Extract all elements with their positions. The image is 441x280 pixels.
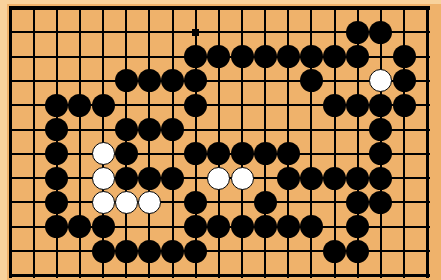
black-stone[interactable] xyxy=(393,94,416,117)
black-stone[interactable] xyxy=(277,215,300,238)
black-stone[interactable] xyxy=(45,191,68,214)
black-stone[interactable] xyxy=(115,69,138,92)
black-stone[interactable] xyxy=(45,142,68,165)
black-stone[interactable] xyxy=(138,167,161,190)
grid-line xyxy=(33,7,35,279)
black-stone[interactable] xyxy=(45,215,68,238)
black-stone[interactable] xyxy=(300,167,323,190)
black-stone[interactable] xyxy=(254,215,277,238)
black-stone[interactable] xyxy=(346,167,369,190)
black-stone[interactable] xyxy=(231,45,254,68)
black-stone[interactable] xyxy=(300,215,323,238)
black-stone[interactable] xyxy=(92,94,115,117)
go-board[interactable] xyxy=(0,0,441,280)
white-stone[interactable] xyxy=(92,191,115,214)
black-stone[interactable] xyxy=(184,45,207,68)
black-stone[interactable] xyxy=(45,167,68,190)
black-stone[interactable] xyxy=(277,167,300,190)
board-edge-line xyxy=(9,7,12,279)
grid-line xyxy=(172,7,174,279)
go-diagram xyxy=(0,0,441,280)
black-stone[interactable] xyxy=(393,69,416,92)
black-stone[interactable] xyxy=(207,215,230,238)
black-stone[interactable] xyxy=(68,215,91,238)
white-stone[interactable] xyxy=(92,167,115,190)
black-stone[interactable] xyxy=(369,142,392,165)
black-stone[interactable] xyxy=(184,191,207,214)
black-stone[interactable] xyxy=(346,21,369,44)
black-stone[interactable] xyxy=(115,240,138,263)
black-stone[interactable] xyxy=(161,240,184,263)
black-stone[interactable] xyxy=(138,69,161,92)
black-stone[interactable] xyxy=(277,45,300,68)
board-bevel-edge xyxy=(0,0,441,4)
black-stone[interactable] xyxy=(254,191,277,214)
black-stone[interactable] xyxy=(184,94,207,117)
black-stone[interactable] xyxy=(323,240,346,263)
white-stone[interactable] xyxy=(231,167,254,190)
black-stone[interactable] xyxy=(184,215,207,238)
black-stone[interactable] xyxy=(138,240,161,263)
black-stone[interactable] xyxy=(346,94,369,117)
black-stone[interactable] xyxy=(254,142,277,165)
black-stone[interactable] xyxy=(184,69,207,92)
black-stone[interactable] xyxy=(115,167,138,190)
board-bevel-edge xyxy=(0,0,7,280)
black-stone[interactable] xyxy=(369,191,392,214)
black-stone[interactable] xyxy=(45,118,68,141)
black-stone[interactable] xyxy=(45,94,68,117)
black-stone[interactable] xyxy=(138,118,161,141)
black-stone[interactable] xyxy=(92,215,115,238)
board-edge-line xyxy=(9,6,430,10)
white-stone[interactable] xyxy=(138,191,161,214)
grid-line xyxy=(148,7,150,279)
black-stone[interactable] xyxy=(369,94,392,117)
black-stone[interactable] xyxy=(231,142,254,165)
black-stone[interactable] xyxy=(346,191,369,214)
black-stone[interactable] xyxy=(323,167,346,190)
black-stone[interactable] xyxy=(92,240,115,263)
black-stone[interactable] xyxy=(369,167,392,190)
black-stone[interactable] xyxy=(346,45,369,68)
white-stone[interactable] xyxy=(92,142,115,165)
black-stone[interactable] xyxy=(254,45,277,68)
black-stone[interactable] xyxy=(323,94,346,117)
black-stone[interactable] xyxy=(207,45,230,68)
black-stone[interactable] xyxy=(161,69,184,92)
black-stone[interactable] xyxy=(369,21,392,44)
white-stone[interactable] xyxy=(115,191,138,214)
black-stone[interactable] xyxy=(207,142,230,165)
black-stone[interactable] xyxy=(300,69,323,92)
black-stone[interactable] xyxy=(346,240,369,263)
black-stone[interactable] xyxy=(68,94,91,117)
black-stone[interactable] xyxy=(231,215,254,238)
board-edge-line xyxy=(9,274,430,278)
white-stone[interactable] xyxy=(207,167,230,190)
white-stone[interactable] xyxy=(369,69,392,92)
black-stone[interactable] xyxy=(277,142,300,165)
star-point xyxy=(192,29,199,36)
black-stone[interactable] xyxy=(393,45,416,68)
black-stone[interactable] xyxy=(300,45,323,68)
black-stone[interactable] xyxy=(184,240,207,263)
grid-line xyxy=(9,80,430,82)
black-stone[interactable] xyxy=(115,142,138,165)
black-stone[interactable] xyxy=(161,167,184,190)
black-stone[interactable] xyxy=(184,142,207,165)
black-stone[interactable] xyxy=(161,118,184,141)
black-stone[interactable] xyxy=(323,45,346,68)
black-stone[interactable] xyxy=(115,118,138,141)
grid-line xyxy=(9,129,430,131)
board-edge-line xyxy=(426,7,429,279)
black-stone[interactable] xyxy=(369,118,392,141)
black-stone[interactable] xyxy=(346,215,369,238)
